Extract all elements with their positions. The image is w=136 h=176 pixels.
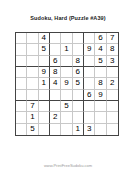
cell-r6c6: [73, 90, 84, 101]
cell-r7c8: [95, 101, 106, 112]
cell-r3c3: [39, 56, 50, 67]
cell-r8c1: [16, 112, 27, 123]
cell-r8c9: [107, 112, 118, 123]
cell-r5c2: [27, 78, 38, 89]
cell-r3c7: [84, 56, 95, 67]
cell-r6c7: 6: [84, 90, 95, 101]
printable-sudoku-page: Sudoku, Hard (Puzzle #A39) 4675194868539…: [0, 0, 136, 176]
cell-r5c5: 9: [61, 78, 72, 89]
cell-r3c1: [16, 56, 27, 67]
cell-r7c5: 5: [61, 101, 72, 112]
cell-r2c3: 5: [39, 44, 50, 55]
cell-r2c5: 1: [61, 44, 72, 55]
cell-r7c7: [84, 101, 95, 112]
cell-r7c3: [39, 101, 50, 112]
cell-r6c4: [50, 90, 61, 101]
cell-r8c7: [84, 112, 95, 123]
cell-r9c3: [39, 124, 50, 135]
cell-r7c4: [50, 101, 61, 112]
page-title: Sudoku, Hard (Puzzle #A39): [0, 15, 136, 21]
cell-r4c6: 6: [73, 67, 84, 78]
cell-r3c8: 5: [95, 56, 106, 67]
cell-r1c3: 4: [39, 33, 50, 44]
cell-r6c1: [16, 90, 27, 101]
cell-r2c9: 8: [107, 44, 118, 55]
cell-r3c5: [61, 56, 72, 67]
cell-r4c5: [61, 67, 72, 78]
cell-r8c6: [73, 112, 84, 123]
cell-r8c3: [39, 112, 50, 123]
cell-r9c9: [107, 124, 118, 135]
cell-r9c4: [50, 124, 61, 135]
cell-r5c8: 8: [95, 78, 106, 89]
cell-r9c7: 3: [84, 124, 95, 135]
cell-r9c8: [95, 124, 106, 135]
cell-r8c2: 1: [27, 112, 38, 123]
footer-url: www.PrintFreeSudoku.com: [0, 163, 136, 168]
cell-r7c6: [73, 101, 84, 112]
cell-r8c4: 2: [50, 112, 61, 123]
cell-r2c1: [16, 44, 27, 55]
cell-r4c2: [27, 67, 38, 78]
cell-r6c5: [61, 90, 72, 101]
cell-r1c5: [61, 33, 72, 44]
cell-r5c6: 5: [73, 78, 84, 89]
cell-r6c2: [27, 90, 38, 101]
cell-r8c5: [61, 112, 72, 123]
cell-r2c6: [73, 44, 84, 55]
cell-r1c2: [27, 33, 38, 44]
sudoku-board: 467519486853986149582697512513: [15, 32, 119, 136]
cell-r3c4: 6: [50, 56, 61, 67]
cell-r3c6: 8: [73, 56, 84, 67]
cell-r1c7: [84, 33, 95, 44]
cell-r2c8: 4: [95, 44, 106, 55]
cell-r5c1: [16, 78, 27, 89]
cell-r7c9: [107, 101, 118, 112]
cell-r8c8: [95, 112, 106, 123]
cell-r6c9: [107, 90, 118, 101]
cell-r5c7: [84, 78, 95, 89]
cell-r9c5: [61, 124, 72, 135]
cell-r3c2: [27, 56, 38, 67]
cell-r2c4: [50, 44, 61, 55]
cell-r9c2: 5: [27, 124, 38, 135]
cell-r7c2: 7: [27, 101, 38, 112]
cell-r9c6: 1: [73, 124, 84, 135]
cell-r2c2: [27, 44, 38, 55]
cell-r4c3: 9: [39, 67, 50, 78]
cell-r1c1: [16, 33, 27, 44]
cell-r3c9: 3: [107, 56, 118, 67]
cell-r4c7: [84, 67, 95, 78]
cell-r6c8: 9: [95, 90, 106, 101]
cell-r4c1: [16, 67, 27, 78]
cell-r9c1: [16, 124, 27, 135]
cell-r1c9: 7: [107, 33, 118, 44]
cell-r1c4: [50, 33, 61, 44]
cell-r1c6: [73, 33, 84, 44]
cell-r5c4: 4: [50, 78, 61, 89]
cell-r4c9: [107, 67, 118, 78]
cell-r1c8: 6: [95, 33, 106, 44]
cell-r4c4: 8: [50, 67, 61, 78]
cell-r7c1: [16, 101, 27, 112]
cell-r5c9: 2: [107, 78, 118, 89]
cell-r4c8: [95, 67, 106, 78]
cell-r5c3: 1: [39, 78, 50, 89]
cell-r6c3: [39, 90, 50, 101]
cell-r2c7: 9: [84, 44, 95, 55]
